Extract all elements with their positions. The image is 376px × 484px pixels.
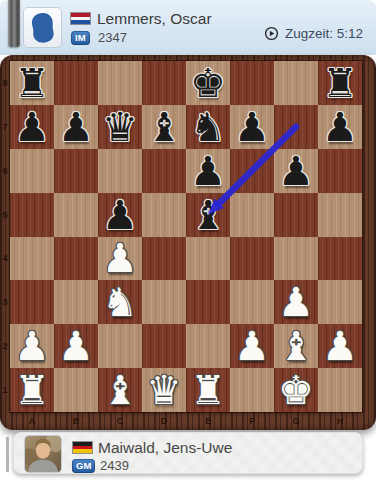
square-b8[interactable] <box>54 61 98 105</box>
file-label: H <box>318 412 362 430</box>
top-player-bar: Lemmers, Oscar IM 2347 Zugzeit: 5:12 <box>0 0 376 55</box>
top-player-rating: 2347 <box>98 30 127 45</box>
germany-flag-icon <box>72 441 93 454</box>
file-label: B <box>54 412 98 430</box>
pane-splitter-handle-bottom[interactable] <box>6 437 9 472</box>
square-f4[interactable] <box>230 237 274 281</box>
square-c1[interactable]: ♝ <box>98 368 142 412</box>
square-g6[interactable]: ♟ <box>274 149 318 193</box>
bottom-player-photo <box>24 435 62 473</box>
square-f1[interactable] <box>230 368 274 412</box>
file-label: A <box>10 412 54 430</box>
square-a4[interactable] <box>10 237 54 281</box>
square-e2[interactable] <box>186 324 230 368</box>
square-f2[interactable]: ♟ <box>230 324 274 368</box>
square-d2[interactable] <box>142 324 186 368</box>
silhouette-avatar-icon <box>28 10 58 46</box>
chess-board: 87654321 ABCDEFGH ♜♚♜♟♟♛♝♞♟♟♟♟♟♝♟♞♟♟♟♟♝♟… <box>0 55 376 430</box>
square-b2[interactable]: ♟ <box>54 324 98 368</box>
square-a1[interactable]: ♜ <box>10 368 54 412</box>
square-e6[interactable]: ♟ <box>186 149 230 193</box>
square-h1[interactable] <box>318 368 362 412</box>
black-pawn[interactable]: ♟ <box>234 105 270 149</box>
white-pawn[interactable]: ♟ <box>102 237 138 281</box>
square-b5[interactable] <box>54 193 98 237</box>
square-b3[interactable] <box>54 280 98 324</box>
white-queen[interactable]: ♛ <box>146 368 182 412</box>
square-c7[interactable]: ♛ <box>98 105 142 149</box>
square-d6[interactable] <box>142 149 186 193</box>
square-e7[interactable]: ♞ <box>186 105 230 149</box>
square-c6[interactable] <box>98 149 142 193</box>
square-a7[interactable]: ♟ <box>10 105 54 149</box>
square-b7[interactable]: ♟ <box>54 105 98 149</box>
rank-label: 1 <box>0 368 10 412</box>
square-g8[interactable] <box>274 61 318 105</box>
square-d1[interactable]: ♛ <box>142 368 186 412</box>
square-e8[interactable]: ♚ <box>186 61 230 105</box>
square-a5[interactable] <box>10 193 54 237</box>
square-e1[interactable]: ♜ <box>186 368 230 412</box>
square-f7[interactable]: ♟ <box>230 105 274 149</box>
square-e5[interactable]: ♝ <box>186 193 230 237</box>
square-f6[interactable] <box>230 149 274 193</box>
rank-labels: 87654321 <box>0 61 10 412</box>
bottom-player-name: Maiwald, Jens-Uwe <box>98 439 232 457</box>
square-d4[interactable] <box>142 237 186 281</box>
netherlands-flag-icon <box>70 12 91 25</box>
square-b6[interactable] <box>54 149 98 193</box>
black-pawn[interactable]: ♟ <box>278 149 314 193</box>
square-b1[interactable] <box>54 368 98 412</box>
white-pawn[interactable]: ♟ <box>234 324 270 368</box>
square-g1[interactable]: ♚ <box>274 368 318 412</box>
square-h7[interactable]: ♟ <box>318 105 362 149</box>
black-pawn[interactable]: ♟ <box>102 193 138 237</box>
square-d5[interactable] <box>142 193 186 237</box>
bottom-player-bar: Maiwald, Jens-Uwe GM 2439 <box>13 432 363 474</box>
white-pawn[interactable]: ♟ <box>322 324 358 368</box>
file-label: D <box>142 412 186 430</box>
square-c3[interactable]: ♞ <box>98 280 142 324</box>
square-a6[interactable] <box>10 149 54 193</box>
top-player-name: Lemmers, Oscar <box>97 10 212 28</box>
move-time-label: Zugzeit: 5:12 <box>285 26 363 41</box>
square-f8[interactable] <box>230 61 274 105</box>
rank-label: 3 <box>0 280 10 324</box>
square-d7[interactable]: ♝ <box>142 105 186 149</box>
square-g7[interactable] <box>274 105 318 149</box>
square-g4[interactable] <box>274 237 318 281</box>
rank-label: 2 <box>0 324 10 368</box>
chess-app-window: Lemmers, Oscar IM 2347 Zugzeit: 5:12 876… <box>0 0 376 484</box>
white-pawn[interactable]: ♟ <box>58 324 94 368</box>
black-pawn[interactable]: ♟ <box>58 105 94 149</box>
square-h5[interactable] <box>318 193 362 237</box>
black-bishop[interactable]: ♝ <box>190 193 226 237</box>
rank-label: 5 <box>0 193 10 237</box>
black-pawn[interactable]: ♟ <box>322 105 358 149</box>
black-queen[interactable]: ♛ <box>102 105 138 149</box>
photo-avatar-image <box>25 435 61 473</box>
white-rook[interactable]: ♜ <box>190 368 226 412</box>
pane-splitter-handle[interactable] <box>8 0 20 47</box>
square-a2[interactable]: ♟ <box>10 324 54 368</box>
move-clock-icon <box>264 26 279 41</box>
square-f5[interactable] <box>230 193 274 237</box>
file-labels: ABCDEFGH <box>10 412 362 430</box>
white-king[interactable]: ♚ <box>278 368 314 412</box>
file-label: G <box>274 412 318 430</box>
white-pawn[interactable]: ♟ <box>14 324 50 368</box>
square-c5[interactable]: ♟ <box>98 193 142 237</box>
square-h3[interactable] <box>318 280 362 324</box>
rank-label: 6 <box>0 149 10 193</box>
square-g5[interactable] <box>274 193 318 237</box>
black-king[interactable]: ♚ <box>190 61 226 105</box>
square-b4[interactable] <box>54 237 98 281</box>
square-d3[interactable] <box>142 280 186 324</box>
rank-label: 4 <box>0 237 10 281</box>
white-pawn[interactable]: ♟ <box>278 280 314 324</box>
top-player-title-badge: IM <box>71 31 90 45</box>
board-grid[interactable]: ♜♚♜♟♟♛♝♞♟♟♟♟♟♝♟♞♟♟♟♟♝♟♜♝♛♜♚ <box>10 61 362 412</box>
square-c2[interactable] <box>98 324 142 368</box>
square-h6[interactable] <box>318 149 362 193</box>
black-pawn[interactable]: ♟ <box>14 105 50 149</box>
white-knight[interactable]: ♞ <box>102 280 138 324</box>
square-g2[interactable]: ♝ <box>274 324 318 368</box>
rank-label: 8 <box>0 61 10 105</box>
square-h8[interactable]: ♜ <box>318 61 362 105</box>
bottom-player-rating: 2439 <box>100 458 129 473</box>
file-label: F <box>230 412 274 430</box>
square-d8[interactable] <box>142 61 186 105</box>
square-a8[interactable]: ♜ <box>10 61 54 105</box>
black-pawn[interactable]: ♟ <box>190 149 226 193</box>
black-rook[interactable]: ♜ <box>14 61 50 105</box>
square-a3[interactable] <box>10 280 54 324</box>
square-f3[interactable] <box>230 280 274 324</box>
square-e3[interactable] <box>186 280 230 324</box>
move-time-group: Zugzeit: 5:12 <box>264 26 363 41</box>
white-rook[interactable]: ♜ <box>14 368 50 412</box>
white-bishop[interactable]: ♝ <box>278 324 314 368</box>
file-label: C <box>98 412 142 430</box>
bottom-player-title-badge: GM <box>72 459 95 473</box>
square-e4[interactable] <box>186 237 230 281</box>
square-g3[interactable]: ♟ <box>274 280 318 324</box>
black-knight[interactable]: ♞ <box>190 105 226 149</box>
white-bishop[interactable]: ♝ <box>102 368 138 412</box>
square-h2[interactable]: ♟ <box>318 324 362 368</box>
black-rook[interactable]: ♜ <box>322 61 358 105</box>
top-player-avatar <box>23 7 62 48</box>
rank-label: 7 <box>0 105 10 149</box>
file-label: E <box>186 412 230 430</box>
black-bishop[interactable]: ♝ <box>146 105 182 149</box>
square-c8[interactable] <box>98 61 142 105</box>
square-h4[interactable] <box>318 237 362 281</box>
square-c4[interactable]: ♟ <box>98 237 142 281</box>
